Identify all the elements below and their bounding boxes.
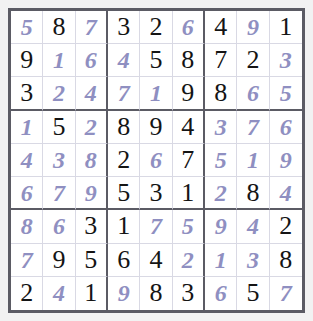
- cell-r3c7[interactable]: 8: [205, 77, 237, 110]
- cell-r3c3[interactable]: 4: [76, 77, 108, 110]
- cell-r9c7[interactable]: 6: [205, 277, 237, 310]
- cell-r5c2[interactable]: 3: [43, 144, 75, 177]
- cell-r9c8[interactable]: 5: [237, 277, 269, 310]
- cell-r9c9[interactable]: 7: [270, 277, 302, 310]
- cell-r2c5[interactable]: 5: [140, 44, 172, 77]
- cell-r3c8[interactable]: 6: [237, 77, 269, 110]
- cell-r4c8[interactable]: 7: [237, 111, 269, 144]
- cell-r4c9[interactable]: 6: [270, 111, 302, 144]
- cell-r8c4[interactable]: 6: [108, 244, 140, 277]
- cell-r9c1[interactable]: 2: [11, 277, 43, 310]
- cell-r8c1[interactable]: 7: [11, 244, 43, 277]
- cell-r1c3[interactable]: 7: [76, 11, 108, 44]
- cell-r5c9[interactable]: 9: [270, 144, 302, 177]
- cell-r6c2[interactable]: 7: [43, 177, 75, 210]
- cell-r5c1[interactable]: 4: [11, 144, 43, 177]
- cell-r9c4[interactable]: 9: [108, 277, 140, 310]
- cell-r8c5[interactable]: 4: [140, 244, 172, 277]
- cell-r2c9[interactable]: 3: [270, 44, 302, 77]
- cell-r5c5[interactable]: 6: [140, 144, 172, 177]
- cell-r9c3[interactable]: 1: [76, 277, 108, 310]
- cell-r7c2[interactable]: 6: [43, 210, 75, 243]
- cell-r7c5[interactable]: 7: [140, 210, 172, 243]
- cell-r6c3[interactable]: 9: [76, 177, 108, 210]
- cell-r5c4[interactable]: 2: [108, 144, 140, 177]
- cell-r1c1[interactable]: 5: [11, 11, 43, 44]
- cell-r9c2[interactable]: 4: [43, 277, 75, 310]
- cell-r7c1[interactable]: 8: [11, 210, 43, 243]
- cell-r2c8[interactable]: 2: [237, 44, 269, 77]
- cell-r7c6[interactable]: 5: [173, 210, 205, 243]
- cell-r2c2[interactable]: 1: [43, 44, 75, 77]
- cell-r7c9[interactable]: 2: [270, 210, 302, 243]
- cell-r8c2[interactable]: 9: [43, 244, 75, 277]
- cell-r6c8[interactable]: 8: [237, 177, 269, 210]
- cell-r7c7[interactable]: 9: [205, 210, 237, 243]
- cell-r1c8[interactable]: 9: [237, 11, 269, 44]
- cell-r7c4[interactable]: 1: [108, 210, 140, 243]
- cell-r4c6[interactable]: 4: [173, 111, 205, 144]
- cell-r4c3[interactable]: 2: [76, 111, 108, 144]
- sudoku-board-frame: 5873264919164587233247198651528943764382…: [8, 8, 305, 313]
- cell-r3c6[interactable]: 9: [173, 77, 205, 110]
- cell-r5c7[interactable]: 5: [205, 144, 237, 177]
- cell-r4c7[interactable]: 3: [205, 111, 237, 144]
- cell-r2c7[interactable]: 7: [205, 44, 237, 77]
- cell-r6c9[interactable]: 4: [270, 177, 302, 210]
- cell-r6c1[interactable]: 6: [11, 177, 43, 210]
- cell-r8c3[interactable]: 5: [76, 244, 108, 277]
- cell-r1c9[interactable]: 1: [270, 11, 302, 44]
- cell-r3c1[interactable]: 3: [11, 77, 43, 110]
- cell-r6c7[interactable]: 2: [205, 177, 237, 210]
- cell-r8c8[interactable]: 3: [237, 244, 269, 277]
- cell-r5c3[interactable]: 8: [76, 144, 108, 177]
- cell-r9c5[interactable]: 8: [140, 277, 172, 310]
- cell-r1c2[interactable]: 8: [43, 11, 75, 44]
- cell-r4c5[interactable]: 9: [140, 111, 172, 144]
- cell-r1c4[interactable]: 3: [108, 11, 140, 44]
- cell-r1c6[interactable]: 6: [173, 11, 205, 44]
- cell-r2c1[interactable]: 9: [11, 44, 43, 77]
- cell-r6c6[interactable]: 1: [173, 177, 205, 210]
- cell-r5c6[interactable]: 7: [173, 144, 205, 177]
- cell-r2c3[interactable]: 6: [76, 44, 108, 77]
- cell-r7c8[interactable]: 4: [237, 210, 269, 243]
- cell-r1c7[interactable]: 4: [205, 11, 237, 44]
- sudoku-board: 5873264919164587233247198651528943764382…: [11, 11, 302, 310]
- cell-r7c3[interactable]: 3: [76, 210, 108, 243]
- cell-r1c5[interactable]: 2: [140, 11, 172, 44]
- cell-r3c2[interactable]: 2: [43, 77, 75, 110]
- cell-r3c4[interactable]: 7: [108, 77, 140, 110]
- cell-r3c9[interactable]: 5: [270, 77, 302, 110]
- cell-r4c2[interactable]: 5: [43, 111, 75, 144]
- cell-r9c6[interactable]: 3: [173, 277, 205, 310]
- cell-r2c4[interactable]: 4: [108, 44, 140, 77]
- cell-r2c6[interactable]: 8: [173, 44, 205, 77]
- cell-r8c7[interactable]: 1: [205, 244, 237, 277]
- cell-r4c1[interactable]: 1: [11, 111, 43, 144]
- cell-r4c4[interactable]: 8: [108, 111, 140, 144]
- cell-r8c9[interactable]: 8: [270, 244, 302, 277]
- cell-r5c8[interactable]: 1: [237, 144, 269, 177]
- cell-r3c5[interactable]: 1: [140, 77, 172, 110]
- cell-r6c5[interactable]: 3: [140, 177, 172, 210]
- cell-r8c6[interactable]: 2: [173, 244, 205, 277]
- cell-r6c4[interactable]: 5: [108, 177, 140, 210]
